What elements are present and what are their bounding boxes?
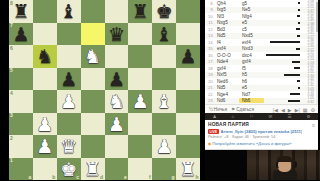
card-menu-icon[interactable]: ≡: [312, 122, 315, 128]
time-bar: [264, 2, 302, 4]
square-b6[interactable]: ♞: [33, 45, 57, 68]
skip-end-icon[interactable]: ▶|: [295, 107, 300, 113]
time-bar: [264, 100, 302, 102]
move-number: 13.: [205, 33, 214, 38]
gear-icon[interactable]: ⚙: [311, 107, 315, 113]
file-label-b: b: [52, 175, 55, 180]
square-b2[interactable]: ♟: [33, 135, 57, 158]
time-bar: [264, 35, 302, 37]
white-move[interactable]: Nd5: [214, 85, 239, 90]
square-b7[interactable]: [33, 23, 57, 46]
square-f8[interactable]: ♜: [128, 0, 152, 23]
square-e5[interactable]: ♟: [105, 68, 129, 91]
black-pawn-e5[interactable]: ♟: [105, 68, 129, 91]
square-g2[interactable]: ♟: [152, 135, 176, 158]
move-number: 18.: [205, 66, 214, 71]
square-d5[interactable]: [81, 68, 105, 91]
square-g3[interactable]: [152, 113, 176, 136]
square-b1[interactable]: b: [33, 158, 57, 181]
square-g6[interactable]: [152, 45, 176, 68]
white-move[interactable]: Nge4: [214, 92, 239, 97]
white-move[interactable]: f4: [214, 40, 239, 45]
square-f6[interactable]: [128, 45, 152, 68]
black-rook-f8[interactable]: ♜: [128, 0, 152, 23]
square-a4[interactable]: 4: [9, 90, 33, 113]
half-point-icon: ½: [209, 107, 213, 112]
square-a2[interactable]: 2: [9, 135, 33, 158]
square-e1[interactable]: e: [105, 158, 129, 181]
square-d3[interactable]: [81, 113, 105, 136]
time-bar: [264, 93, 302, 95]
card-settings-link[interactable]: ◆Попробуйте изменить «Доска и фигуры»: [205, 139, 318, 146]
flag-tab-icon[interactable]: ⚐: [249, 113, 253, 120]
move-number: 15.: [205, 46, 214, 51]
black-king-g8[interactable]: ♚: [152, 0, 176, 23]
square-e3[interactable]: ♟: [105, 113, 129, 136]
black-move[interactable]: h6: [239, 79, 264, 84]
move-number: 9.: [205, 7, 214, 12]
rank-label-6: 6: [10, 46, 13, 51]
black-rook-a8[interactable]: ♜: [9, 0, 33, 23]
move-number: 21.: [205, 85, 214, 90]
square-c7[interactable]: [57, 23, 81, 46]
card-title: НОВАЯ ПАРТИЯ: [208, 122, 249, 127]
scrollbar-thumb[interactable]: [316, 2, 318, 32]
white-pawn-c4[interactable]: ♟: [57, 90, 81, 113]
square-b4[interactable]: [33, 90, 57, 113]
move-number: 23.: [205, 98, 214, 103]
chess-board[interactable]: 8♜♝♜♚7♟♛♝6♞♞♟5♟♟4♟♞♟♝3♟♟2♟♛♟1abc♚d♜efgh♜: [9, 0, 200, 180]
time-bar: [264, 22, 302, 24]
rank-label-3: 3: [10, 113, 13, 118]
move-number: 12.: [205, 27, 214, 32]
white-move[interactable]: gxf4: [214, 66, 239, 71]
file-label-e: e: [124, 175, 127, 180]
square-d1[interactable]: d♜: [81, 158, 105, 181]
white-queen-c2[interactable]: ♛: [57, 135, 81, 158]
step-forward-icon[interactable]: ▶: [288, 107, 292, 113]
black-move[interactable]: Nxd5: [239, 33, 264, 38]
square-b8[interactable]: [33, 0, 57, 23]
time-bar: [264, 9, 302, 11]
white-pawn-b3[interactable]: ♟: [33, 113, 57, 136]
square-e7[interactable]: ♛: [105, 23, 129, 46]
black-move[interactable]: e5: [239, 85, 264, 90]
square-e2[interactable]: [105, 135, 129, 158]
white-bishop-g4[interactable]: ♝: [152, 90, 176, 113]
square-f4[interactable]: ♟: [128, 90, 152, 113]
file-label-g: g: [172, 175, 175, 180]
white-king-c1[interactable]: ♚: [57, 158, 81, 181]
square-c5[interactable]: ♟: [57, 68, 81, 91]
black-move[interactable]: Ne5: [239, 7, 264, 12]
black-move[interactable]: f5: [239, 66, 264, 71]
skip-start-icon[interactable]: |◀: [273, 107, 278, 113]
black-move[interactable]: Nxd3: [239, 46, 264, 51]
mail-tab-icon[interactable]: ✉: [268, 113, 272, 120]
file-label-f: f: [149, 175, 151, 180]
square-c3[interactable]: [57, 113, 81, 136]
white-rook-h1[interactable]: ♜: [176, 158, 200, 181]
square-h6[interactable]: ♟: [176, 45, 200, 68]
move-number: 16.: [205, 53, 214, 58]
white-pawn-f4[interactable]: ♟: [128, 90, 152, 113]
pawn-tab-icon[interactable]: ♟: [213, 113, 217, 120]
black-move-current[interactable]: Nb6: [239, 98, 264, 103]
square-h7[interactable]: [176, 23, 200, 46]
white-move[interactable]: Nf3: [214, 14, 239, 19]
time-bar: [264, 41, 302, 43]
square-h3[interactable]: [176, 113, 200, 136]
square-g5[interactable]: [152, 68, 176, 91]
square-h1[interactable]: h♜: [176, 158, 200, 181]
move-number: 14.: [205, 40, 214, 45]
square-g7[interactable]: ♝: [152, 23, 176, 46]
square-c2[interactable]: ♛: [57, 135, 81, 158]
white-move[interactable]: Qh4: [214, 1, 239, 6]
black-move[interactable]: dxc4: [239, 53, 264, 58]
time-bar: [264, 61, 302, 63]
board-icon[interactable]: ▦: [303, 107, 308, 113]
flag-icon: ⚑: [231, 107, 235, 112]
square-a5[interactable]: 5: [9, 68, 33, 91]
white-move[interactable]: Nxf5: [214, 72, 239, 77]
square-b3[interactable]: ♟: [33, 113, 57, 136]
streamer-webcam: [247, 150, 320, 180]
white-move[interactable]: Nde4: [214, 59, 239, 64]
square-e4[interactable]: ♞: [105, 90, 129, 113]
square-e6[interactable]: [105, 45, 129, 68]
square-e8[interactable]: [105, 0, 129, 23]
white-move[interactable]: Nd6: [214, 98, 239, 103]
black-bishop-c8[interactable]: ♝: [57, 0, 81, 23]
square-f2[interactable]: [128, 135, 152, 158]
white-move[interactable]: Bd3: [214, 27, 239, 32]
move-list-scrollbar[interactable]: [316, 0, 318, 104]
players-link[interactable]: Artem_Ilyin (2405) против znatoka (2511): [221, 129, 303, 134]
square-c6[interactable]: [57, 45, 81, 68]
white-rook-d1[interactable]: ♜: [81, 158, 105, 181]
white-pawn-b2[interactable]: ♟: [33, 135, 57, 158]
white-move[interactable]: Nxg5: [214, 20, 239, 25]
menu-tab-icon[interactable]: ☰: [287, 113, 291, 120]
home-tab-icon[interactable]: ⌂: [232, 113, 235, 120]
resign-button[interactable]: ⚑Сдаться: [231, 107, 254, 112]
square-d7[interactable]: [81, 23, 105, 46]
white-move[interactable]: exf4: [214, 46, 239, 51]
bottom-tab-bar: ♟⌂⚐✉☰⚙: [205, 113, 318, 120]
white-knight-e4[interactable]: ♞: [105, 90, 129, 113]
new-game-card: НОВАЯ ПАРТИЯ ≡ LIVE Artem_Ilyin (2405) п…: [205, 120, 318, 150]
white-pawn-e3[interactable]: ♟: [105, 113, 129, 136]
move-number: 11.: [205, 20, 214, 25]
time-bar: [264, 80, 302, 82]
black-move[interactable]: Nd7: [239, 92, 264, 97]
black-pawn-c5[interactable]: ♟: [57, 68, 81, 91]
white-move[interactable]: fxg5: [214, 7, 239, 12]
black-move[interactable]: exf4: [239, 40, 264, 45]
black-move[interactable]: c5: [239, 27, 264, 32]
black-queen-e7[interactable]: ♛: [105, 23, 129, 46]
square-b5[interactable]: [33, 68, 57, 91]
square-f5[interactable]: [128, 68, 152, 91]
square-d4[interactable]: [81, 90, 105, 113]
rank-label-2: 2: [10, 136, 13, 141]
square-g1[interactable]: g: [152, 158, 176, 181]
square-a6[interactable]: 6: [9, 45, 33, 68]
square-h8[interactable]: [176, 0, 200, 23]
square-h2[interactable]: [176, 135, 200, 158]
video-frame: 8♜♝♜♚7♟♛♝6♞♞♟5♟♟4♟♞♟♝3♟♟2♟♛♟1abc♚d♜efgh♜…: [0, 0, 320, 180]
time-bar: [264, 87, 302, 89]
square-g4[interactable]: ♝: [152, 90, 176, 113]
move-number: 22.: [205, 92, 214, 97]
square-f3[interactable]: [128, 113, 152, 136]
black-knight-b6[interactable]: ♞: [33, 45, 57, 68]
move-number: 17.: [205, 59, 214, 64]
black-pawn-a7[interactable]: ♟: [9, 23, 33, 46]
settings-tab-icon[interactable]: ⚙: [306, 113, 310, 120]
white-move[interactable]: O-O-O: [214, 53, 239, 58]
square-a3[interactable]: 3: [9, 113, 33, 136]
square-h4[interactable]: [176, 90, 200, 113]
black-move[interactable]: e5: [239, 20, 264, 25]
white-move[interactable]: Ned6: [214, 79, 239, 84]
time-bar: [264, 48, 302, 50]
move-number: 10.: [205, 14, 214, 19]
draw-button[interactable]: ½Ничья: [209, 107, 227, 112]
black-move[interactable]: gxf4: [239, 59, 264, 64]
playback-controls: |◀◀▶▶|▦⚙: [273, 107, 318, 113]
move-list[interactable]: 8.Qh4g52:582:519.fxg5Ne52:552:4710.Nf3Nf…: [205, 0, 318, 104]
square-f7[interactable]: [128, 23, 152, 46]
square-d8[interactable]: [81, 0, 105, 23]
step-back-icon[interactable]: ◀: [281, 107, 285, 113]
black-bishop-g7[interactable]: ♝: [152, 23, 176, 46]
square-a8[interactable]: 8♜: [9, 0, 33, 23]
white-pawn-g2[interactable]: ♟: [152, 135, 176, 158]
move-number: 19.: [205, 72, 214, 77]
square-f1[interactable]: f: [128, 158, 152, 181]
black-move[interactable]: g5: [239, 1, 264, 6]
square-h5[interactable]: [176, 68, 200, 91]
black-pawn-h6[interactable]: ♟: [176, 45, 200, 68]
rank-label-1: 1: [10, 158, 13, 163]
streamer-headphones: [276, 161, 297, 168]
diamond-icon: ◆: [208, 141, 211, 146]
white-move[interactable]: Nd5: [214, 33, 239, 38]
time-bar: [264, 15, 302, 17]
square-d2[interactable]: [81, 135, 105, 158]
time-bar: [264, 67, 302, 69]
time-bar: [264, 54, 302, 56]
move-number: 8.: [205, 1, 214, 6]
black-move[interactable]: h5: [239, 72, 264, 77]
square-c8[interactable]: ♝: [57, 0, 81, 23]
live-badge: LIVE: [208, 129, 219, 134]
square-c1[interactable]: c♚: [57, 158, 81, 181]
file-label-a: a: [29, 175, 32, 180]
square-g8[interactable]: ♚: [152, 0, 176, 23]
white-knight-d6[interactable]: ♞: [81, 45, 105, 68]
rank-label-4: 4: [10, 91, 13, 96]
black-move[interactable]: Nfg4: [239, 14, 264, 19]
square-a7[interactable]: 7♟: [9, 23, 33, 46]
time-bar: [264, 28, 302, 30]
move-number: 20.: [205, 79, 214, 84]
square-c4[interactable]: ♟: [57, 90, 81, 113]
square-d6[interactable]: ♞: [81, 45, 105, 68]
square-a1[interactable]: 1a: [9, 158, 33, 181]
time-bar: [264, 74, 302, 76]
rank-label-5: 5: [10, 68, 13, 73]
